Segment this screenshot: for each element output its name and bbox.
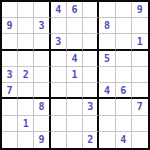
cell-r9c5[interactable] <box>67 132 83 148</box>
cell-r9c1[interactable] <box>2 132 18 148</box>
cell-r5c7[interactable] <box>99 67 115 83</box>
cell-r9c8: 4 <box>116 132 132 148</box>
cell-r8c8[interactable] <box>116 116 132 132</box>
cell-r1c8[interactable] <box>116 2 132 18</box>
cell-r4c8[interactable] <box>116 51 132 67</box>
cell-r3c3[interactable] <box>34 34 50 50</box>
cell-r2c9[interactable] <box>132 18 148 34</box>
cell-r8c5[interactable] <box>67 116 83 132</box>
cell-r6c6[interactable] <box>83 83 99 99</box>
cell-r4c6[interactable] <box>83 51 99 67</box>
cell-r9c9[interactable] <box>132 132 148 148</box>
cell-r4c5: 4 <box>67 51 83 67</box>
cell-r8c4[interactable] <box>51 116 67 132</box>
cell-r5c4[interactable] <box>51 67 67 83</box>
cell-r3c7[interactable] <box>99 34 115 50</box>
cell-r5c9[interactable] <box>132 67 148 83</box>
cell-r4c1[interactable] <box>2 51 18 67</box>
cell-r5c2: 2 <box>18 67 34 83</box>
cell-r4c9[interactable] <box>132 51 148 67</box>
sudoku-board: 46993831453217468371924 <box>0 0 150 150</box>
cell-r2c4[interactable] <box>51 18 67 34</box>
cell-r4c2[interactable] <box>18 51 34 67</box>
cell-r3c6[interactable] <box>83 34 99 50</box>
cell-r8c3[interactable] <box>34 116 50 132</box>
cell-r2c6[interactable] <box>83 18 99 34</box>
cell-r9c4[interactable] <box>51 132 67 148</box>
cell-r7c2[interactable] <box>18 99 34 115</box>
cell-r8c6[interactable] <box>83 116 99 132</box>
cell-r6c1: 7 <box>2 83 18 99</box>
cell-r6c2[interactable] <box>18 83 34 99</box>
cell-r6c4[interactable] <box>51 83 67 99</box>
cell-r1c4: 4 <box>51 2 67 18</box>
cell-r6c8: 6 <box>116 83 132 99</box>
cell-r7c5[interactable] <box>67 99 83 115</box>
cell-r9c7[interactable] <box>99 132 115 148</box>
cell-r5c3[interactable] <box>34 67 50 83</box>
cell-r4c4[interactable] <box>51 51 67 67</box>
cell-r8c2: 1 <box>18 116 34 132</box>
cell-r8c9[interactable] <box>132 116 148 132</box>
cell-r6c5[interactable] <box>67 83 83 99</box>
cell-r5c6[interactable] <box>83 67 99 83</box>
cell-r1c7[interactable] <box>99 2 115 18</box>
cell-r3c5[interactable] <box>67 34 83 50</box>
cell-r8c1[interactable] <box>2 116 18 132</box>
cell-r6c3[interactable] <box>34 83 50 99</box>
cell-r2c1: 9 <box>2 18 18 34</box>
cell-r5c1: 3 <box>2 67 18 83</box>
cell-r9c3: 9 <box>34 132 50 148</box>
cell-r7c1[interactable] <box>2 99 18 115</box>
cell-r6c9[interactable] <box>132 83 148 99</box>
cell-r3c8[interactable] <box>116 34 132 50</box>
cell-r7c6: 3 <box>83 99 99 115</box>
cell-r3c1[interactable] <box>2 34 18 50</box>
cell-r7c9: 7 <box>132 99 148 115</box>
cell-r5c8[interactable] <box>116 67 132 83</box>
cell-r1c1[interactable] <box>2 2 18 18</box>
cell-r3c2[interactable] <box>18 34 34 50</box>
cell-r2c5[interactable] <box>67 18 83 34</box>
cell-r2c3: 3 <box>34 18 50 34</box>
cell-r1c5: 6 <box>67 2 83 18</box>
cell-r3c9: 1 <box>132 34 148 50</box>
cell-r2c8[interactable] <box>116 18 132 34</box>
cell-r1c9: 9 <box>132 2 148 18</box>
cell-r8c7[interactable] <box>99 116 115 132</box>
cell-r9c6: 2 <box>83 132 99 148</box>
cell-r4c7: 5 <box>99 51 115 67</box>
cell-r5c5: 1 <box>67 67 83 83</box>
cell-r3c4: 3 <box>51 34 67 50</box>
cell-r7c8[interactable] <box>116 99 132 115</box>
cell-r7c3: 8 <box>34 99 50 115</box>
cell-r6c7: 4 <box>99 83 115 99</box>
cell-r1c3[interactable] <box>34 2 50 18</box>
cell-r1c6[interactable] <box>83 2 99 18</box>
cell-r1c2[interactable] <box>18 2 34 18</box>
cell-r4c3[interactable] <box>34 51 50 67</box>
cell-r9c2[interactable] <box>18 132 34 148</box>
cell-r7c7[interactable] <box>99 99 115 115</box>
cell-r2c2[interactable] <box>18 18 34 34</box>
cell-r7c4[interactable] <box>51 99 67 115</box>
cell-r2c7: 8 <box>99 18 115 34</box>
